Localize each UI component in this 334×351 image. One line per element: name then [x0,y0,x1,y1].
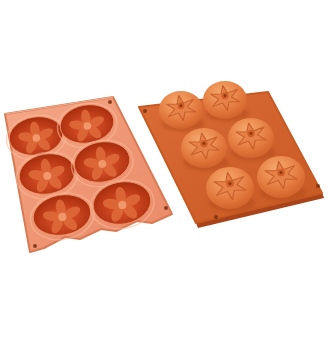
dome-6 [257,156,305,198]
dome-4 [228,118,274,158]
dome-1 [159,91,203,129]
corner-hole [33,244,37,248]
corner-hole [108,100,112,104]
dome-5 [206,167,254,209]
corner-hole [214,215,218,219]
dome-center-hole [279,171,282,174]
dome-center-hole [228,182,231,185]
dome-center-hole [250,132,253,135]
dome-center-hole [180,104,183,107]
corner-hole [164,206,168,210]
corner-hole [316,184,320,188]
dome-center-hole [203,142,206,145]
dome-center-hole [224,94,227,97]
product-photo [0,0,334,351]
dome-2 [203,81,247,119]
dome-3 [181,128,227,168]
corner-hole [143,109,147,113]
silicone-mold-scene [0,0,334,351]
